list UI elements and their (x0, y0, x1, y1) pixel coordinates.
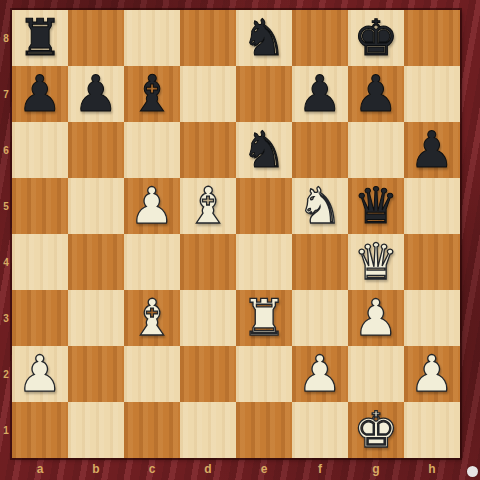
square-a4[interactable] (12, 234, 68, 290)
square-d2[interactable] (180, 346, 236, 402)
square-b1[interactable] (68, 402, 124, 458)
square-h8[interactable] (404, 10, 460, 66)
rank-label-2: 2 (0, 346, 12, 402)
piece-white-knight[interactable]: ♞ (298, 178, 343, 234)
file-label-g: g (348, 458, 404, 480)
square-a1[interactable] (12, 402, 68, 458)
square-c4[interactable] (124, 234, 180, 290)
square-a8[interactable]: ♜ (12, 10, 68, 66)
square-b2[interactable] (68, 346, 124, 402)
square-b3[interactable] (68, 290, 124, 346)
square-a5[interactable] (12, 178, 68, 234)
piece-white-pawn[interactable]: ♟ (18, 346, 63, 402)
square-f8[interactable] (292, 10, 348, 66)
square-g2[interactable] (348, 346, 404, 402)
square-c3[interactable]: ♝ (124, 290, 180, 346)
square-b8[interactable] (68, 10, 124, 66)
square-a7[interactable]: ♟ (12, 66, 68, 122)
piece-black-pawn[interactable]: ♟ (410, 122, 455, 178)
rank-labels: 87654321 (0, 10, 12, 458)
square-a6[interactable] (12, 122, 68, 178)
file-label-b: b (68, 458, 124, 480)
square-f3[interactable] (292, 290, 348, 346)
square-d5[interactable]: ♝ (180, 178, 236, 234)
square-g8[interactable]: ♚ (348, 10, 404, 66)
square-h2[interactable]: ♟ (404, 346, 460, 402)
chess-board-frame: ♜♞♚♟♟♝♟♟♞♟♟♝♞♛♛♝♜♟♟♟♟♚ 87654321 abcdefgh (0, 0, 480, 480)
square-e5[interactable] (236, 178, 292, 234)
square-d1[interactable] (180, 402, 236, 458)
file-labels: abcdefgh (12, 458, 460, 480)
square-c5[interactable]: ♟ (124, 178, 180, 234)
square-f2[interactable]: ♟ (292, 346, 348, 402)
piece-white-pawn[interactable]: ♟ (298, 346, 343, 402)
piece-white-pawn[interactable]: ♟ (130, 178, 175, 234)
piece-black-pawn[interactable]: ♟ (354, 66, 399, 122)
piece-black-knight[interactable]: ♞ (242, 10, 287, 66)
square-d7[interactable] (180, 66, 236, 122)
rank-label-5: 5 (0, 178, 12, 234)
square-f7[interactable]: ♟ (292, 66, 348, 122)
file-label-h: h (404, 458, 460, 480)
square-e3[interactable]: ♜ (236, 290, 292, 346)
square-h4[interactable] (404, 234, 460, 290)
square-c2[interactable] (124, 346, 180, 402)
square-a2[interactable]: ♟ (12, 346, 68, 402)
square-d3[interactable] (180, 290, 236, 346)
square-b6[interactable] (68, 122, 124, 178)
square-g5[interactable]: ♛ (348, 178, 404, 234)
piece-white-rook[interactable]: ♜ (242, 290, 287, 346)
square-h3[interactable] (404, 290, 460, 346)
square-c7[interactable]: ♝ (124, 66, 180, 122)
square-h5[interactable] (404, 178, 460, 234)
square-g4[interactable]: ♛ (348, 234, 404, 290)
square-c6[interactable] (124, 122, 180, 178)
rank-label-6: 6 (0, 122, 12, 178)
square-e8[interactable]: ♞ (236, 10, 292, 66)
square-e2[interactable] (236, 346, 292, 402)
piece-black-pawn[interactable]: ♟ (18, 66, 63, 122)
rank-label-3: 3 (0, 290, 12, 346)
square-e7[interactable] (236, 66, 292, 122)
rank-label-8: 8 (0, 10, 12, 66)
piece-black-pawn[interactable]: ♟ (74, 66, 119, 122)
piece-black-bishop[interactable]: ♝ (130, 66, 175, 122)
piece-black-king[interactable]: ♚ (354, 10, 399, 66)
square-b7[interactable]: ♟ (68, 66, 124, 122)
square-d6[interactable] (180, 122, 236, 178)
square-d4[interactable] (180, 234, 236, 290)
square-f5[interactable]: ♞ (292, 178, 348, 234)
square-c8[interactable] (124, 10, 180, 66)
square-b4[interactable] (68, 234, 124, 290)
rank-label-1: 1 (0, 402, 12, 458)
square-e1[interactable] (236, 402, 292, 458)
square-b5[interactable] (68, 178, 124, 234)
square-e4[interactable] (236, 234, 292, 290)
square-h7[interactable] (404, 66, 460, 122)
rank-label-7: 7 (0, 66, 12, 122)
square-e6[interactable]: ♞ (236, 122, 292, 178)
side-to-move-indicator (467, 466, 478, 477)
piece-white-bishop[interactable]: ♝ (186, 178, 231, 234)
piece-white-queen[interactable]: ♛ (354, 234, 399, 290)
file-label-f: f (292, 458, 348, 480)
square-g6[interactable] (348, 122, 404, 178)
piece-white-pawn[interactable]: ♟ (410, 346, 455, 402)
square-g1[interactable]: ♚ (348, 402, 404, 458)
rank-label-4: 4 (0, 234, 12, 290)
square-f4[interactable] (292, 234, 348, 290)
square-g3[interactable]: ♟ (348, 290, 404, 346)
piece-black-knight[interactable]: ♞ (242, 122, 287, 178)
file-label-a: a (12, 458, 68, 480)
piece-black-rook[interactable]: ♜ (18, 10, 63, 66)
file-label-e: e (236, 458, 292, 480)
piece-white-pawn[interactable]: ♟ (354, 290, 399, 346)
square-h6[interactable]: ♟ (404, 122, 460, 178)
piece-white-king[interactable]: ♚ (354, 402, 399, 458)
file-label-d: d (180, 458, 236, 480)
piece-white-bishop[interactable]: ♝ (130, 290, 175, 346)
square-g7[interactable]: ♟ (348, 66, 404, 122)
square-c1[interactable] (124, 402, 180, 458)
chess-board: ♜♞♚♟♟♝♟♟♞♟♟♝♞♛♛♝♜♟♟♟♟♚ (12, 10, 460, 458)
square-f6[interactable] (292, 122, 348, 178)
file-label-c: c (124, 458, 180, 480)
square-a3[interactable] (12, 290, 68, 346)
square-h1[interactable] (404, 402, 460, 458)
square-d8[interactable] (180, 10, 236, 66)
piece-black-pawn[interactable]: ♟ (298, 66, 343, 122)
piece-black-queen[interactable]: ♛ (354, 178, 399, 234)
square-f1[interactable] (292, 402, 348, 458)
